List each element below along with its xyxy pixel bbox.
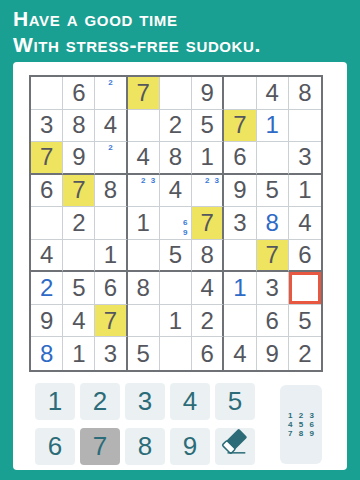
cell-r1c3[interactable]: 2	[95, 77, 127, 110]
cell-r5c7[interactable]: 3	[224, 207, 256, 240]
cell-r9c2[interactable]: 1	[63, 337, 95, 370]
cell-r7c8[interactable]: 3	[257, 272, 289, 305]
cell-r2c1[interactable]: 3	[31, 110, 63, 143]
cell-r6c4[interactable]	[128, 240, 160, 273]
given-digit: 2	[72, 209, 85, 237]
cell-r9c5[interactable]	[160, 337, 192, 370]
cell-r5c5[interactable]: 69	[160, 207, 192, 240]
given-digit: 3	[298, 143, 311, 171]
given-digit: 6	[104, 274, 117, 302]
eraser-icon	[220, 428, 250, 465]
cell-r4c6[interactable]: 23	[192, 175, 224, 208]
given-digit: 9	[265, 340, 278, 368]
cell-r3c3[interactable]: 2	[95, 142, 127, 175]
cell-r8c6[interactable]: 2	[192, 305, 224, 338]
given-digit: 7	[201, 209, 214, 237]
cell-r3c7[interactable]: 6	[224, 142, 256, 175]
sudoku-app: { "game": "sudoku", "position": "0607090…	[0, 0, 360, 480]
given-digit: 1	[298, 176, 311, 204]
header-line2: With stress-free Sudoku.	[13, 32, 360, 58]
given-digit: 5	[201, 111, 214, 139]
cell-r2c3[interactable]: 4	[95, 110, 127, 143]
cell-r4c3[interactable]: 8	[95, 175, 127, 208]
cell-r5c3[interactable]	[95, 207, 127, 240]
keypad-button-2[interactable]: 2	[80, 383, 120, 420]
cell-r5c6[interactable]: 7	[192, 207, 224, 240]
keypad-button-5[interactable]: 5	[215, 383, 255, 420]
cell-r5c9[interactable]: 4	[289, 207, 321, 240]
cell-r4c1[interactable]: 6	[31, 175, 63, 208]
given-digit: 4	[298, 209, 311, 237]
cell-r1c8[interactable]: 4	[257, 77, 289, 110]
given-digit: 4	[201, 274, 214, 302]
given-digit: 5	[72, 274, 85, 302]
cell-r7c4[interactable]: 8	[128, 272, 160, 305]
cell-r3c8[interactable]	[257, 142, 289, 175]
given-digit: 6	[265, 307, 278, 335]
cell-r9c9[interactable]: 2	[289, 337, 321, 370]
cell-r2c9[interactable]	[289, 110, 321, 143]
user-digit: 8	[40, 340, 53, 368]
given-digit: 5	[265, 176, 278, 204]
cell-r2c6[interactable]: 5	[192, 110, 224, 143]
cell-r8c3[interactable]: 7	[95, 305, 127, 338]
header-banner: Have a good time With stress-free Sudoku…	[13, 6, 360, 58]
given-digit: 6	[298, 241, 311, 269]
given-digit: 4	[137, 143, 150, 171]
cell-r3c5[interactable]: 8	[160, 142, 192, 175]
cell-r2c8[interactable]: 1	[257, 110, 289, 143]
user-digit: 8	[265, 209, 278, 237]
cell-r7c9[interactable]	[289, 272, 321, 305]
cell-r6c1[interactable]: 4	[31, 240, 63, 273]
given-digit: 8	[169, 143, 182, 171]
given-digit: 8	[137, 274, 150, 302]
cell-r1c7[interactable]	[224, 77, 256, 110]
given-digit: 7	[104, 307, 117, 335]
keypad-button-3[interactable]: 3	[125, 383, 165, 420]
given-digit: 7	[265, 241, 278, 269]
cell-r7c6[interactable]: 4	[192, 272, 224, 305]
cell-r2c7[interactable]: 7	[224, 110, 256, 143]
given-digit: 4	[72, 307, 85, 335]
given-digit: 3	[40, 111, 53, 139]
cell-r7c5[interactable]	[160, 272, 192, 305]
cell-r9c6[interactable]: 6	[192, 337, 224, 370]
pencil-marks: 2	[96, 78, 124, 108]
pencil-marks: 23	[193, 176, 221, 206]
cell-r7c2[interactable]: 5	[63, 272, 95, 305]
cell-r8c9[interactable]: 5	[289, 305, 321, 338]
given-digit: 9	[40, 307, 53, 335]
cell-r6c2[interactable]	[63, 240, 95, 273]
cell-r4c7[interactable]: 9	[224, 175, 256, 208]
cell-r8c2[interactable]: 4	[63, 305, 95, 338]
cell-r9c4[interactable]: 5	[128, 337, 160, 370]
cell-r8c5[interactable]: 1	[160, 305, 192, 338]
given-digit: 7	[40, 143, 53, 171]
sudoku-grid: 6279483842571792481636782342395121697384…	[29, 75, 323, 372]
given-digit: 4	[265, 79, 278, 107]
cell-r8c4[interactable]	[128, 305, 160, 338]
given-digit: 9	[201, 79, 214, 107]
cell-r7c7[interactable]: 1	[224, 272, 256, 305]
cell-r3c9[interactable]: 3	[289, 142, 321, 175]
given-digit: 3	[233, 209, 246, 237]
content-panel: 6279483842571792481636782342395121697384…	[13, 62, 347, 470]
cell-r9c7[interactable]: 4	[224, 337, 256, 370]
cell-r3c4[interactable]: 4	[128, 142, 160, 175]
keypad-button-7[interactable]: 7	[80, 428, 120, 465]
user-digit: 1	[265, 111, 278, 139]
user-digit: 1	[233, 274, 246, 302]
cell-r4c5[interactable]: 4	[160, 175, 192, 208]
cell-r6c9[interactable]: 6	[289, 240, 321, 273]
given-digit: 7	[72, 176, 85, 204]
keypad-button-4[interactable]: 4	[170, 383, 210, 420]
given-digit: 7	[137, 79, 150, 107]
cell-r5c2[interactable]: 2	[63, 207, 95, 240]
cell-r5c1[interactable]	[31, 207, 63, 240]
given-digit: 1	[137, 209, 150, 237]
given-digit: 1	[169, 307, 182, 335]
given-digit: 6	[40, 176, 53, 204]
given-digit: 1	[201, 143, 214, 171]
given-digit: 8	[298, 79, 311, 107]
cell-r1c1[interactable]	[31, 77, 63, 110]
keypad-button-1[interactable]: 1	[35, 383, 75, 420]
keypad-button-9[interactable]: 9	[170, 428, 210, 465]
header-line1: Have a good time	[13, 6, 360, 32]
cell-r6c8[interactable]: 7	[257, 240, 289, 273]
given-digit: 2	[169, 111, 182, 139]
given-digit: 5	[169, 241, 182, 269]
given-digit: 1	[72, 340, 85, 368]
given-digit: 2	[201, 307, 214, 335]
given-digit: 4	[104, 111, 117, 139]
given-digit: 4	[169, 176, 182, 204]
given-digit: 5	[298, 307, 311, 335]
cell-r9c3[interactable]: 3	[95, 337, 127, 370]
given-digit: 6	[233, 143, 246, 171]
given-digit: 1	[104, 241, 117, 269]
cell-r4c9[interactable]: 1	[289, 175, 321, 208]
cell-r4c2[interactable]: 7	[63, 175, 95, 208]
given-digit: 8	[201, 241, 214, 269]
cell-r2c2[interactable]: 8	[63, 110, 95, 143]
cell-r9c1[interactable]: 8	[31, 337, 63, 370]
pencil-marks: 2	[96, 143, 124, 172]
pencil-marks: 23	[129, 176, 158, 206]
given-digit: 8	[104, 176, 117, 204]
cell-r5c8[interactable]: 8	[257, 207, 289, 240]
cell-r6c6[interactable]: 8	[192, 240, 224, 273]
cell-r3c1[interactable]: 7	[31, 142, 63, 175]
cell-r3c2[interactable]: 9	[63, 142, 95, 175]
cell-r1c2[interactable]: 6	[63, 77, 95, 110]
cell-r8c8[interactable]: 6	[257, 305, 289, 338]
cell-r2c5[interactable]: 2	[160, 110, 192, 143]
notes-digits: 1 2 34 5 67 8 9	[286, 411, 316, 438]
cell-r4c8[interactable]: 5	[257, 175, 289, 208]
cell-r1c5[interactable]	[160, 77, 192, 110]
cell-r3c6[interactable]: 1	[192, 142, 224, 175]
cell-r2c4[interactable]	[128, 110, 160, 143]
cell-r6c3[interactable]: 1	[95, 240, 127, 273]
given-digit: 2	[298, 340, 311, 368]
pencil-marks: 69	[161, 208, 190, 238]
cell-r1c9[interactable]: 8	[289, 77, 321, 110]
cell-r9c8[interactable]: 9	[257, 337, 289, 370]
keypad-button-8[interactable]: 8	[125, 428, 165, 465]
cell-r8c1[interactable]: 9	[31, 305, 63, 338]
given-digit: 4	[233, 340, 246, 368]
keypad-button-6[interactable]: 6	[35, 428, 75, 465]
user-digit: 2	[40, 274, 53, 302]
cell-r7c3[interactable]: 6	[95, 272, 127, 305]
given-digit: 3	[104, 340, 117, 368]
eraser-button[interactable]	[215, 428, 255, 465]
given-digit: 4	[40, 241, 53, 269]
given-digit: 5	[137, 340, 150, 368]
cell-r6c5[interactable]: 5	[160, 240, 192, 273]
cell-r5c4[interactable]: 1	[128, 207, 160, 240]
cell-r8c7[interactable]	[224, 305, 256, 338]
cell-r4c4[interactable]: 23	[128, 175, 160, 208]
given-digit: 9	[72, 143, 85, 171]
cell-r1c4[interactable]: 7	[128, 77, 160, 110]
cell-r1c6[interactable]: 9	[192, 77, 224, 110]
given-digit: 3	[265, 274, 278, 302]
given-digit: 8	[72, 111, 85, 139]
given-digit: 6	[72, 79, 85, 107]
cell-r7c1[interactable]: 2	[31, 272, 63, 305]
cell-r6c7[interactable]	[224, 240, 256, 273]
notes-mode-button[interactable]: 1 2 34 5 67 8 9	[280, 385, 322, 464]
given-digit: 7	[233, 111, 246, 139]
given-digit: 9	[233, 176, 246, 204]
given-digit: 6	[201, 340, 214, 368]
